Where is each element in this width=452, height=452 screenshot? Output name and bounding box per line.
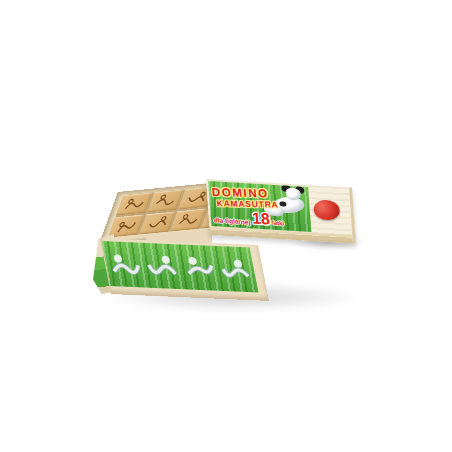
front-label: [102, 241, 259, 292]
tagline-prefix: dla figlarnej: [214, 216, 251, 225]
tagline-suffix: latki: [272, 220, 285, 228]
box-front-face: [100, 238, 269, 301]
engraved-figure-icon: [120, 195, 148, 213]
tagline-number: 18: [252, 213, 271, 227]
figure-silhouette-icon: [144, 252, 179, 279]
product-photo-domino-kamasutra-box: DOMINO KAMASUTRA dla figlarnej 18 latki: [0, 0, 452, 452]
red-slide-knob: [312, 199, 341, 220]
figure-silhouette-icon: [107, 251, 142, 278]
product-subtitle: KAMASUTRA: [216, 198, 310, 210]
lid-label: DOMINO KAMASUTRA dla figlarnej 18 latki: [208, 181, 311, 232]
figure-silhouette-icon: [218, 256, 253, 283]
sliding-lid: DOMINO KAMASUTRA dla figlarnej 18 latki: [206, 179, 356, 244]
figure-silhouette-icon: [181, 254, 216, 281]
engraved-figure-icon: [144, 212, 170, 233]
engraved-figure-icon: [174, 212, 203, 229]
engraved-figure-icon: [114, 215, 140, 237]
engraved-figure-icon: [151, 191, 180, 210]
